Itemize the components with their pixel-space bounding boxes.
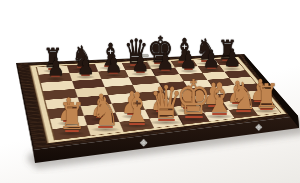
chess-set-photo: ♜♞♝♛♚♝♞♜♟♟♟♟♟♟♟♟♟♟♟♟♟♟♟♟♜♞♝♛♚♝♞♜ [0,0,300,183]
piece-white-rook-a1[interactable]: ♜ [54,99,90,136]
piece-black-pawn-c7[interactable]: ♟ [102,52,126,76]
piece-black-pawn-g7[interactable]: ♟ [199,47,223,71]
piece-black-pawn-a7[interactable]: ♟ [43,55,67,80]
piece-black-pawn-b7[interactable]: ♟ [73,54,97,78]
pieces-layer: ♜♞♝♛♚♝♞♜♟♟♟♟♟♟♟♟♟♟♟♟♟♟♟♟♜♞♝♛♚♝♞♜ [0,0,300,183]
piece-black-pawn-h7[interactable]: ♟ [220,46,244,70]
piece-black-pawn-f7[interactable]: ♟ [177,48,201,72]
piece-white-rook-h1[interactable]: ♜ [249,79,283,113]
piece-black-pawn-d7[interactable]: ♟ [128,51,152,75]
piece-black-pawn-e7[interactable]: ♟ [153,49,177,73]
